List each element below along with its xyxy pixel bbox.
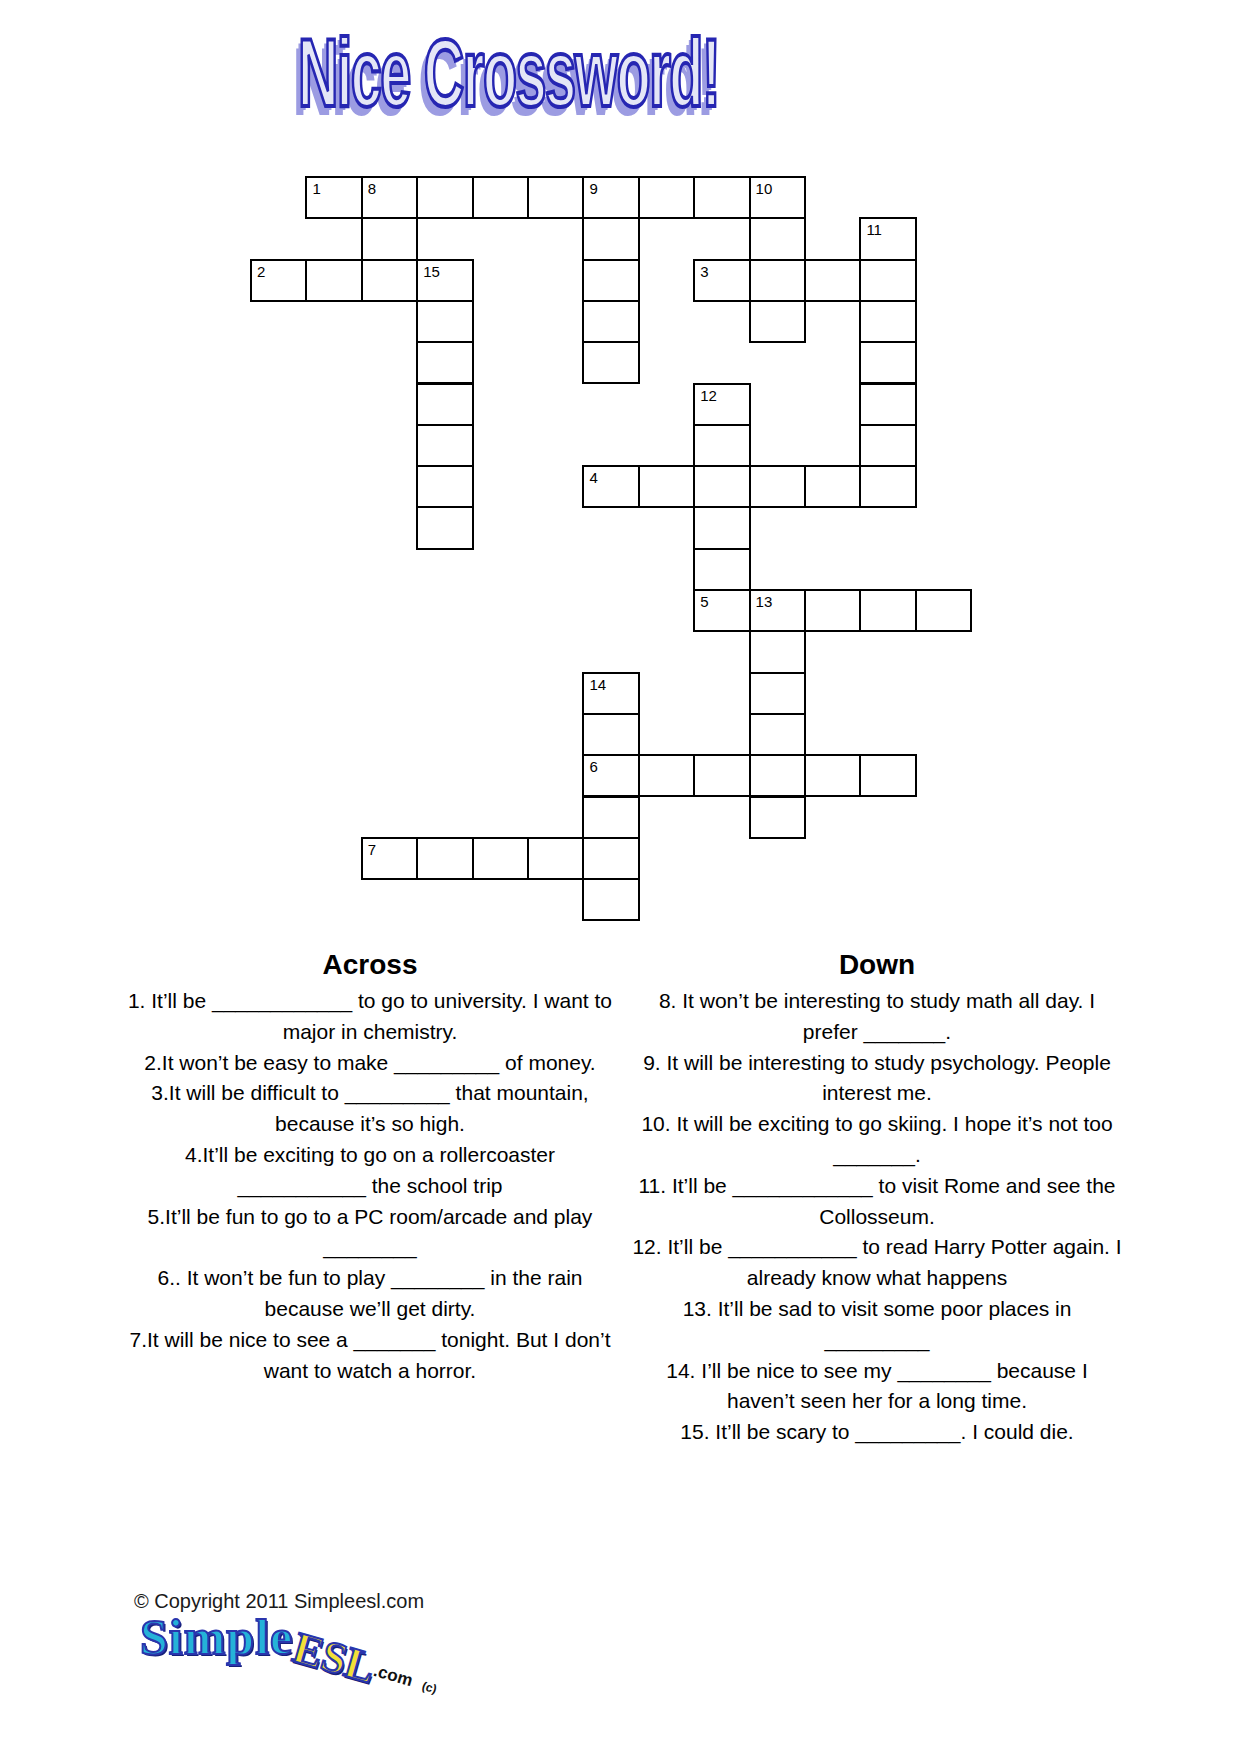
grid-cell[interactable]: [859, 589, 916, 632]
clue-5: 5.It’ll be fun to go to a PC room/arcade…: [125, 1202, 615, 1264]
grid-cell[interactable]: [749, 630, 806, 673]
grid-cell[interactable]: [804, 589, 861, 632]
grid-cell[interactable]: [859, 259, 916, 302]
crossword-grid: 189101121531245131467: [250, 176, 972, 921]
grid-cell[interactable]: [416, 341, 473, 384]
down-clues-section: Down 8. It won’t be interesting to study…: [632, 944, 1122, 1448]
grid-cell-15[interactable]: 15: [416, 259, 473, 302]
down-clues-list: 8. It won’t be interesting to study math…: [632, 986, 1122, 1448]
clue-15: 15. It’ll be scary to _________. I could…: [632, 1417, 1122, 1448]
cell-number: 15: [423, 263, 440, 281]
cell-number: 9: [589, 180, 597, 198]
logo-com-text: .com: [372, 1661, 415, 1690]
clue-9: 9. It will be interesting to study psych…: [632, 1048, 1122, 1110]
grid-cell[interactable]: [859, 754, 916, 797]
grid-cell[interactable]: [749, 300, 806, 343]
grid-cell[interactable]: [693, 506, 750, 549]
grid-cell[interactable]: [361, 217, 418, 260]
clue-2: 2.It won’t be easy to make _________ of …: [125, 1048, 615, 1079]
clue-6: 6.. It won’t be fun to play ________ in …: [125, 1263, 615, 1325]
grid-cell[interactable]: [693, 424, 750, 467]
grid-cell[interactable]: [749, 672, 806, 715]
clue-4: 4.It’ll be exciting to go on a rollercoa…: [125, 1140, 615, 1202]
across-clues-list: 1. It’ll be ____________ to go to univer…: [125, 986, 615, 1386]
grid-cell[interactable]: [527, 837, 584, 880]
grid-cell-13[interactable]: 13: [749, 589, 806, 632]
grid-cell[interactable]: [804, 465, 861, 508]
clue-1: 1. It’ll be ____________ to go to univer…: [125, 986, 615, 1048]
grid-cell[interactable]: [472, 176, 529, 219]
grid-cell[interactable]: [749, 259, 806, 302]
clue-8: 8. It won’t be interesting to study math…: [632, 986, 1122, 1048]
cell-number: 2: [257, 263, 265, 281]
cell-number: 4: [589, 469, 597, 487]
across-header: Across: [125, 944, 615, 986]
logo-simple-text: Simple: [140, 1609, 293, 1665]
grid-cell[interactable]: [416, 465, 473, 508]
grid-cell[interactable]: [693, 754, 750, 797]
grid-cell[interactable]: [582, 300, 639, 343]
grid-cell-10[interactable]: 10: [749, 176, 806, 219]
grid-cell[interactable]: [361, 259, 418, 302]
down-header: Down: [632, 944, 1122, 986]
grid-cell[interactable]: [416, 300, 473, 343]
cell-number: 10: [756, 180, 773, 198]
grid-cell[interactable]: [582, 796, 639, 839]
cell-number: 13: [756, 593, 773, 611]
clue-13: 13. It’ll be sad to visit some poor plac…: [632, 1294, 1122, 1356]
grid-cell-6[interactable]: 6: [582, 754, 639, 797]
grid-cell-1[interactable]: 1: [305, 176, 362, 219]
logo-esl-text: ESL.com (c): [288, 1622, 445, 1712]
grid-cell[interactable]: [416, 424, 473, 467]
cell-number: 8: [368, 180, 376, 198]
cell-number: 11: [866, 221, 882, 239]
grid-cell[interactable]: [472, 837, 529, 880]
cell-number: 14: [589, 676, 606, 694]
clue-10: 10. It will be exciting to go skiing. I …: [632, 1109, 1122, 1171]
clue-7: 7.It will be nice to see a _______ tonig…: [125, 1325, 615, 1387]
grid-cell-12[interactable]: 12: [693, 383, 750, 426]
grid-cell[interactable]: [305, 259, 362, 302]
grid-cell[interactable]: [915, 589, 972, 632]
grid-cell[interactable]: [859, 300, 916, 343]
grid-cell[interactable]: [582, 837, 639, 880]
grid-cell[interactable]: [804, 259, 861, 302]
logo-copyright-mark: (c): [421, 1679, 439, 1697]
grid-cell[interactable]: [693, 176, 750, 219]
grid-cell[interactable]: [582, 341, 639, 384]
grid-cell-4[interactable]: 4: [582, 465, 639, 508]
grid-cell[interactable]: [416, 383, 473, 426]
across-clues-section: Across 1. It’ll be ____________ to go to…: [125, 944, 615, 1386]
grid-cell-8[interactable]: 8: [361, 176, 418, 219]
grid-cell[interactable]: [638, 176, 695, 219]
cell-number: 6: [589, 758, 597, 776]
grid-cell-14[interactable]: 14: [582, 672, 639, 715]
grid-cell-11[interactable]: 11: [859, 217, 916, 260]
clue-12: 12. It’ll be ___________ to read Harry P…: [632, 1232, 1122, 1294]
grid-cell-7[interactable]: 7: [361, 837, 418, 880]
simpleesl-logo: SimpleESL.com (c): [140, 1608, 438, 1666]
cell-number: 1: [312, 180, 320, 198]
cell-number: 12: [700, 387, 717, 405]
grid-cell[interactable]: [693, 548, 750, 591]
grid-cell[interactable]: [638, 754, 695, 797]
grid-cell[interactable]: [416, 176, 473, 219]
grid-cell-5[interactable]: 5: [693, 589, 750, 632]
grid-cell[interactable]: [693, 465, 750, 508]
grid-cell[interactable]: [527, 176, 584, 219]
grid-cell[interactable]: [749, 796, 806, 839]
grid-cell[interactable]: [582, 878, 639, 921]
cell-number: 7: [368, 841, 376, 859]
grid-cell[interactable]: [859, 341, 916, 384]
grid-cell[interactable]: [749, 465, 806, 508]
grid-cell[interactable]: [749, 754, 806, 797]
grid-cell[interactable]: [582, 713, 639, 756]
clue-11: 11. It’ll be ____________ to visit Rome …: [632, 1171, 1122, 1233]
grid-cell[interactable]: [416, 506, 473, 549]
grid-cell-9[interactable]: 9: [582, 176, 639, 219]
grid-cell[interactable]: [582, 217, 639, 260]
grid-cell[interactable]: [749, 713, 806, 756]
grid-cell[interactable]: [804, 754, 861, 797]
grid-cell[interactable]: [416, 837, 473, 880]
grid-cell[interactable]: [582, 259, 639, 302]
grid-cell-2[interactable]: 2: [250, 259, 307, 302]
grid-cell[interactable]: [638, 465, 695, 508]
clue-14: 14. I’ll be nice to see my ________ beca…: [632, 1356, 1122, 1418]
clue-3: 3.It will be difficult to _________ that…: [125, 1078, 615, 1140]
grid-cell-3[interactable]: 3: [693, 259, 750, 302]
grid-cell[interactable]: [749, 217, 806, 260]
cell-number: 5: [700, 593, 708, 611]
page-title: Nice Crossword!: [298, 18, 719, 128]
grid-cell[interactable]: [859, 424, 916, 467]
grid-cell[interactable]: [859, 383, 916, 426]
grid-cell[interactable]: [859, 465, 916, 508]
cell-number: 3: [700, 263, 708, 281]
